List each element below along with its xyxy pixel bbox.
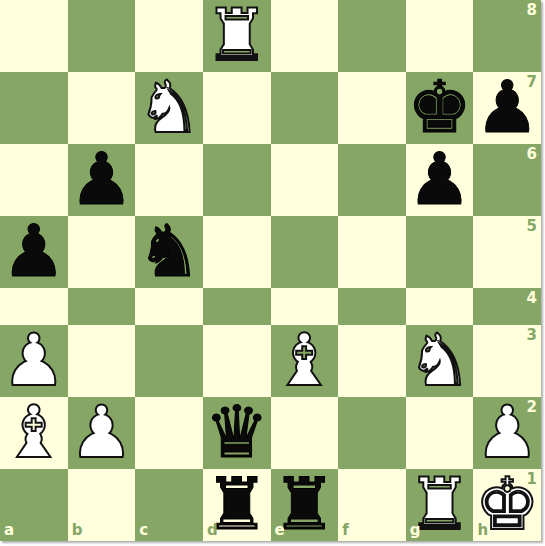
square-e6[interactable] <box>271 144 339 216</box>
square-b1[interactable]: b <box>68 469 136 541</box>
file-label-f: f <box>342 523 349 538</box>
white-rook[interactable]: ♜ <box>204 0 269 71</box>
square-f1[interactable]: f <box>338 469 406 541</box>
square-c4[interactable] <box>135 288 203 325</box>
square-g8[interactable] <box>406 0 474 72</box>
square-d4[interactable] <box>203 288 271 325</box>
square-b4[interactable] <box>68 288 136 325</box>
white-bishop[interactable]: ♝ <box>272 324 337 396</box>
square-d6[interactable] <box>203 144 271 216</box>
square-c5[interactable]: ♞ <box>135 216 203 288</box>
white-pawn[interactable]: ♟ <box>475 396 540 468</box>
black-pawn[interactable]: ♟ <box>2 215 67 287</box>
square-d1[interactable]: ♜d <box>203 469 271 541</box>
white-rook[interactable]: ♜ <box>407 468 472 540</box>
square-b3[interactable] <box>68 325 136 397</box>
white-pawn[interactable]: ♟ <box>2 324 67 396</box>
black-rook[interactable]: ♜ <box>204 468 269 540</box>
white-pawn[interactable]: ♟ <box>69 396 134 468</box>
square-d3[interactable] <box>203 325 271 397</box>
square-d5[interactable] <box>203 216 271 288</box>
rank-label-5: 5 <box>527 219 537 234</box>
square-c7[interactable]: ♞ <box>135 72 203 144</box>
chess-board: ♜8♞♚♟7♟♟6♟♞54♟♝♞3♝♟♛♟2abc♜d♜ef♜g♚1h <box>0 0 541 541</box>
square-b5[interactable] <box>68 216 136 288</box>
rank-label-4: 4 <box>527 291 537 306</box>
black-pawn[interactable]: ♟ <box>69 143 134 215</box>
square-d7[interactable] <box>203 72 271 144</box>
square-c8[interactable] <box>135 0 203 72</box>
file-label-a: a <box>4 523 14 538</box>
black-pawn[interactable]: ♟ <box>475 71 540 143</box>
square-e3[interactable]: ♝ <box>271 325 339 397</box>
white-bishop[interactable]: ♝ <box>2 396 67 468</box>
square-h5[interactable]: 5 <box>473 216 541 288</box>
square-f8[interactable] <box>338 0 406 72</box>
square-a8[interactable] <box>0 0 68 72</box>
black-queen[interactable]: ♛ <box>204 396 269 468</box>
square-b7[interactable] <box>68 72 136 144</box>
square-e7[interactable] <box>271 72 339 144</box>
square-c2[interactable] <box>135 397 203 469</box>
square-f2[interactable] <box>338 397 406 469</box>
square-h1[interactable]: ♚1h <box>473 469 541 541</box>
white-knight[interactable]: ♞ <box>407 324 472 396</box>
square-g1[interactable]: ♜g <box>406 469 474 541</box>
square-h4[interactable]: 4 <box>473 288 541 325</box>
file-label-c: c <box>139 523 148 538</box>
square-d8[interactable]: ♜ <box>203 0 271 72</box>
chess-page: ♜8♞♚♟7♟♟6♟♞54♟♝♞3♝♟♛♟2abc♜d♜ef♜g♚1h <box>0 0 545 546</box>
black-knight[interactable]: ♞ <box>137 215 202 287</box>
square-h6[interactable]: 6 <box>473 144 541 216</box>
square-e2[interactable] <box>271 397 339 469</box>
white-knight[interactable]: ♞ <box>137 71 202 143</box>
square-a5[interactable]: ♟ <box>0 216 68 288</box>
square-b2[interactable]: ♟ <box>68 397 136 469</box>
square-f6[interactable] <box>338 144 406 216</box>
square-e8[interactable] <box>271 0 339 72</box>
square-h2[interactable]: ♟2 <box>473 397 541 469</box>
square-e1[interactable]: ♜e <box>271 469 339 541</box>
square-h7[interactable]: ♟7 <box>473 72 541 144</box>
rank-label-3: 3 <box>527 328 537 343</box>
square-d2[interactable]: ♛ <box>203 397 271 469</box>
rank-label-8: 8 <box>527 3 537 18</box>
square-g2[interactable] <box>406 397 474 469</box>
square-a2[interactable]: ♝ <box>0 397 68 469</box>
square-g7[interactable]: ♚ <box>406 72 474 144</box>
square-a6[interactable] <box>0 144 68 216</box>
square-f7[interactable] <box>338 72 406 144</box>
square-h3[interactable]: 3 <box>473 325 541 397</box>
square-g3[interactable]: ♞ <box>406 325 474 397</box>
square-c3[interactable] <box>135 325 203 397</box>
square-f4[interactable] <box>338 288 406 325</box>
square-a7[interactable] <box>0 72 68 144</box>
square-g6[interactable]: ♟ <box>406 144 474 216</box>
square-a1[interactable]: a <box>0 469 68 541</box>
square-f5[interactable] <box>338 216 406 288</box>
square-b8[interactable] <box>68 0 136 72</box>
square-e5[interactable] <box>271 216 339 288</box>
black-rook[interactable]: ♜ <box>272 468 337 540</box>
black-pawn[interactable]: ♟ <box>407 143 472 215</box>
white-king[interactable]: ♚ <box>475 468 540 540</box>
square-b6[interactable]: ♟ <box>68 144 136 216</box>
rank-label-6: 6 <box>527 147 537 162</box>
file-label-b: b <box>72 523 83 538</box>
square-g5[interactable] <box>406 216 474 288</box>
square-f3[interactable] <box>338 325 406 397</box>
square-a3[interactable]: ♟ <box>0 325 68 397</box>
black-king[interactable]: ♚ <box>407 71 472 143</box>
square-h8[interactable]: 8 <box>473 0 541 72</box>
square-c6[interactable] <box>135 144 203 216</box>
square-c1[interactable]: c <box>135 469 203 541</box>
